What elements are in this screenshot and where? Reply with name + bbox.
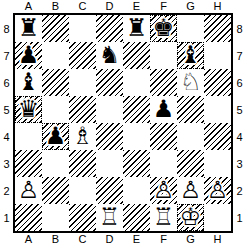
piece-black-pawn[interactable]: ♟ — [150, 96, 177, 123]
file-label-f: F — [150, 0, 177, 13]
file-labels-top: ABCDEFGH — [15, 0, 231, 13]
file-labels-bottom: ABCDEFGH — [15, 233, 231, 246]
square-e1[interactable] — [123, 204, 150, 231]
piece-white-pawn[interactable]: ♙ — [15, 177, 42, 204]
rank-label-5: 5 — [0, 96, 13, 123]
piece-black-pawn[interactable]: ♟ — [42, 123, 69, 150]
square-h3[interactable] — [204, 150, 231, 177]
file-label-g: G — [177, 233, 204, 246]
file-label-h: H — [204, 233, 231, 246]
file-label-b: B — [42, 233, 69, 246]
chess-board: ♜♜♚♟♞♝♝♘♛♟♟♗♙♙♙♙♖♖♔ — [13, 13, 233, 233]
rank-label-3: 3 — [0, 150, 13, 177]
square-e2[interactable] — [123, 177, 150, 204]
square-a2[interactable]: ♙ — [15, 177, 42, 204]
file-label-a: A — [15, 0, 42, 13]
square-g6[interactable]: ♘ — [177, 69, 204, 96]
piece-white-rook[interactable]: ♖ — [150, 204, 177, 231]
file-label-e: E — [123, 0, 150, 13]
piece-black-rook[interactable]: ♜ — [15, 15, 42, 42]
square-g5[interactable] — [177, 96, 204, 123]
file-label-c: C — [69, 233, 96, 246]
square-a4[interactable] — [15, 123, 42, 150]
square-a1[interactable] — [15, 204, 42, 231]
square-g2[interactable]: ♙ — [177, 177, 204, 204]
piece-white-pawn[interactable]: ♙ — [204, 177, 231, 204]
square-h6[interactable] — [204, 69, 231, 96]
rank-label-6: 6 — [233, 69, 246, 96]
square-c4[interactable]: ♗ — [69, 123, 96, 150]
square-a8[interactable]: ♜ — [15, 15, 42, 42]
piece-black-bishop[interactable]: ♝ — [177, 42, 204, 69]
square-e6[interactable] — [123, 69, 150, 96]
rank-label-4: 4 — [233, 123, 246, 150]
square-h7[interactable] — [204, 42, 231, 69]
file-label-f: F — [150, 233, 177, 246]
square-f6[interactable] — [150, 69, 177, 96]
rank-label-6: 6 — [0, 69, 13, 96]
square-b8[interactable] — [42, 15, 69, 42]
square-h5[interactable] — [204, 96, 231, 123]
square-e3[interactable] — [123, 150, 150, 177]
square-b7[interactable] — [42, 42, 69, 69]
square-d7[interactable]: ♞ — [96, 42, 123, 69]
square-c3[interactable] — [69, 150, 96, 177]
square-g4[interactable] — [177, 123, 204, 150]
square-f2[interactable]: ♙ — [150, 177, 177, 204]
square-g1[interactable]: ♔ — [177, 204, 204, 231]
rank-labels-right: 87654321 — [233, 15, 246, 231]
rank-label-2: 2 — [233, 177, 246, 204]
piece-white-rook[interactable]: ♖ — [96, 204, 123, 231]
square-h2[interactable]: ♙ — [204, 177, 231, 204]
rank-label-8: 8 — [233, 15, 246, 42]
square-d3[interactable] — [96, 150, 123, 177]
square-f3[interactable] — [150, 150, 177, 177]
file-label-b: B — [42, 0, 69, 13]
square-a5[interactable]: ♛ — [15, 96, 42, 123]
square-h8[interactable] — [204, 15, 231, 42]
square-e7[interactable] — [123, 42, 150, 69]
rank-label-1: 1 — [233, 204, 246, 231]
piece-black-king[interactable]: ♚ — [150, 15, 177, 42]
rank-label-1: 1 — [0, 204, 13, 231]
square-e4[interactable] — [123, 123, 150, 150]
rank-label-7: 7 — [233, 42, 246, 69]
piece-white-pawn[interactable]: ♙ — [150, 177, 177, 204]
square-b4[interactable]: ♟ — [42, 123, 69, 150]
square-f7[interactable] — [150, 42, 177, 69]
rank-label-5: 5 — [233, 96, 246, 123]
square-f8[interactable]: ♚ — [150, 15, 177, 42]
rank-label-3: 3 — [233, 150, 246, 177]
square-f5[interactable]: ♟ — [150, 96, 177, 123]
rank-label-4: 4 — [0, 123, 13, 150]
rank-label-7: 7 — [0, 42, 13, 69]
square-c8[interactable] — [69, 15, 96, 42]
piece-white-king[interactable]: ♔ — [177, 204, 204, 231]
square-b2[interactable] — [42, 177, 69, 204]
square-d8[interactable] — [96, 15, 123, 42]
piece-black-knight[interactable]: ♞ — [96, 42, 123, 69]
square-a3[interactable] — [15, 150, 42, 177]
piece-white-knight[interactable]: ♘ — [177, 69, 204, 96]
square-g8[interactable] — [177, 15, 204, 42]
file-label-e: E — [123, 233, 150, 246]
square-e5[interactable] — [123, 96, 150, 123]
square-g3[interactable] — [177, 150, 204, 177]
square-d6[interactable] — [96, 69, 123, 96]
chess-diagram: ABCDEFGH 87654321 ♜♜♚♟♞♝♝♘♛♟♟♗♙♙♙♙♖♖♔ 87… — [0, 0, 246, 246]
square-d2[interactable] — [96, 177, 123, 204]
square-a6[interactable]: ♝ — [15, 69, 42, 96]
square-c7[interactable] — [69, 42, 96, 69]
square-c6[interactable] — [69, 69, 96, 96]
piece-black-queen[interactable]: ♛ — [15, 96, 42, 123]
square-b5[interactable] — [42, 96, 69, 123]
rank-labels-left: 87654321 — [0, 15, 13, 231]
square-d4[interactable] — [96, 123, 123, 150]
file-label-a: A — [15, 233, 42, 246]
square-h1[interactable] — [204, 204, 231, 231]
rank-label-8: 8 — [0, 15, 13, 42]
square-g7[interactable]: ♝ — [177, 42, 204, 69]
square-c5[interactable] — [69, 96, 96, 123]
square-f4[interactable] — [150, 123, 177, 150]
piece-black-rook[interactable]: ♜ — [123, 15, 150, 42]
piece-white-pawn[interactable]: ♙ — [177, 177, 204, 204]
square-a7[interactable]: ♟ — [15, 42, 42, 69]
file-label-h: H — [204, 0, 231, 13]
rank-label-2: 2 — [0, 177, 13, 204]
square-e8[interactable]: ♜ — [123, 15, 150, 42]
file-label-c: C — [69, 0, 96, 13]
piece-black-pawn[interactable]: ♟ — [15, 42, 42, 69]
file-label-d: D — [96, 233, 123, 246]
square-d1[interactable]: ♖ — [96, 204, 123, 231]
piece-white-bishop[interactable]: ♗ — [69, 123, 96, 150]
square-c2[interactable] — [69, 177, 96, 204]
file-label-d: D — [96, 0, 123, 13]
square-c1[interactable] — [69, 204, 96, 231]
square-b6[interactable] — [42, 69, 69, 96]
square-b1[interactable] — [42, 204, 69, 231]
square-f1[interactable]: ♖ — [150, 204, 177, 231]
piece-black-bishop[interactable]: ♝ — [15, 69, 42, 96]
file-label-g: G — [177, 0, 204, 13]
square-b3[interactable] — [42, 150, 69, 177]
square-d5[interactable] — [96, 96, 123, 123]
square-h4[interactable] — [204, 123, 231, 150]
